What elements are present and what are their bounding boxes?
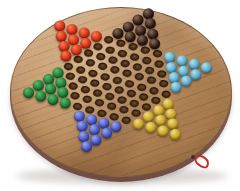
marble-red[interactable] <box>90 31 101 42</box>
marble-cyan[interactable] <box>200 62 211 73</box>
marble-red[interactable] <box>60 51 71 62</box>
marble-black[interactable] <box>137 35 148 46</box>
marble-yellow[interactable] <box>169 128 180 139</box>
marble-blue[interactable] <box>110 121 121 132</box>
marble-cyan[interactable] <box>190 69 201 80</box>
marble-blue[interactable] <box>88 124 99 135</box>
marble-green[interactable] <box>35 90 46 101</box>
marble-blue[interactable] <box>101 128 112 139</box>
marble-black[interactable] <box>149 38 160 49</box>
hanging-string-loop[interactable] <box>192 152 211 171</box>
marble-cyan[interactable] <box>176 55 187 66</box>
marble-red[interactable] <box>78 28 89 39</box>
marble-black[interactable] <box>113 28 124 39</box>
marble-black[interactable] <box>125 31 136 42</box>
marble-blue[interactable] <box>81 141 92 152</box>
marble-red[interactable] <box>66 24 77 35</box>
marble-cyan[interactable] <box>188 59 199 70</box>
marble-green[interactable] <box>47 94 58 105</box>
marble-yellow[interactable] <box>133 118 144 129</box>
marble-red[interactable] <box>54 21 65 32</box>
marble-yellow[interactable] <box>145 121 156 132</box>
marble-cyan[interactable] <box>170 82 181 93</box>
marble-yellow[interactable] <box>157 125 168 136</box>
marble-green[interactable] <box>23 87 34 98</box>
marble-blue[interactable] <box>76 121 87 132</box>
marble-red[interactable] <box>70 44 81 55</box>
marble-cyan[interactable] <box>164 52 175 63</box>
marble-blue[interactable] <box>91 134 102 145</box>
marble-green[interactable] <box>59 97 70 108</box>
marble-cyan[interactable] <box>180 75 191 86</box>
marble-red[interactable] <box>80 38 91 49</box>
chinese-checkers-board-photo <box>0 0 240 191</box>
